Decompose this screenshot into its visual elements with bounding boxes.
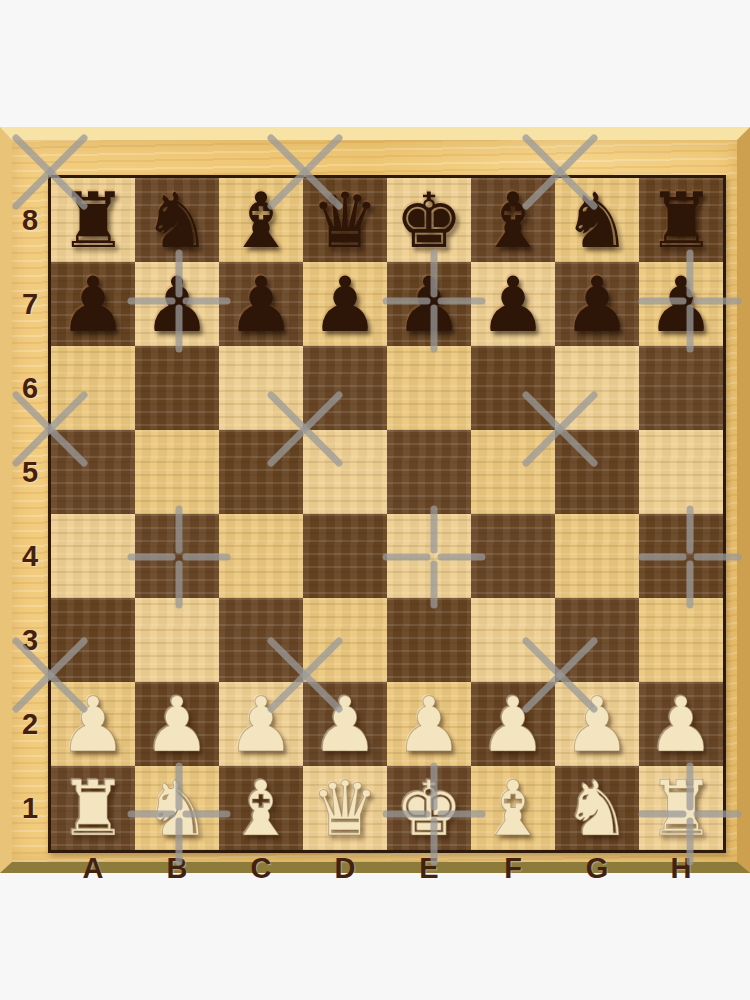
square-c6[interactable] <box>219 346 303 430</box>
piece-white-pawn-e2[interactable]: ♟ <box>395 687 463 763</box>
rank-label-3: 3 <box>12 598 48 682</box>
file-label-g: G <box>555 853 639 883</box>
square-h5[interactable] <box>639 430 723 514</box>
piece-white-bishop-c1[interactable]: ♝ <box>227 771 295 847</box>
square-f8[interactable]: ♝ <box>471 178 555 262</box>
square-b6[interactable] <box>135 346 219 430</box>
file-label-e: E <box>387 853 471 883</box>
file-label-c: C <box>219 853 303 883</box>
rank-label-6: 6 <box>12 346 48 430</box>
piece-black-pawn-h7[interactable]: ♟ <box>647 267 715 343</box>
piece-black-queen-d8[interactable]: ♛ <box>311 183 379 259</box>
piece-white-queen-d1[interactable]: ♛ <box>311 771 379 847</box>
square-f6[interactable] <box>471 346 555 430</box>
board-frame: ♜♞♝♛♚♝♞♜♟♟♟♟♟♟♟♟♟♟♟♟♟♟♟♟♜♞♝♛♚♝♞♜ 8765432… <box>0 127 750 873</box>
square-d2[interactable]: ♟ <box>303 682 387 766</box>
piece-black-knight-b8[interactable]: ♞ <box>143 183 211 259</box>
piece-white-pawn-d2[interactable]: ♟ <box>311 687 379 763</box>
piece-black-king-e8[interactable]: ♚ <box>395 183 463 259</box>
square-g5[interactable] <box>555 430 639 514</box>
square-a7[interactable]: ♟ <box>51 262 135 346</box>
piece-white-pawn-f2[interactable]: ♟ <box>479 687 547 763</box>
square-a4[interactable] <box>51 514 135 598</box>
square-a2[interactable]: ♟ <box>51 682 135 766</box>
piece-white-rook-a1[interactable]: ♜ <box>59 771 127 847</box>
piece-white-pawn-a2[interactable]: ♟ <box>59 687 127 763</box>
square-f1[interactable]: ♝ <box>471 766 555 850</box>
square-c5[interactable] <box>219 430 303 514</box>
piece-black-pawn-c7[interactable]: ♟ <box>227 267 295 343</box>
square-c7[interactable]: ♟ <box>219 262 303 346</box>
square-d7[interactable]: ♟ <box>303 262 387 346</box>
square-f7[interactable]: ♟ <box>471 262 555 346</box>
square-h7[interactable]: ♟ <box>639 262 723 346</box>
square-d1[interactable]: ♛ <box>303 766 387 850</box>
piece-white-pawn-h2[interactable]: ♟ <box>647 687 715 763</box>
square-f5[interactable] <box>471 430 555 514</box>
square-g8[interactable]: ♞ <box>555 178 639 262</box>
square-h8[interactable]: ♜ <box>639 178 723 262</box>
square-e4[interactable] <box>387 514 471 598</box>
square-b8[interactable]: ♞ <box>135 178 219 262</box>
rank-label-5: 5 <box>12 430 48 514</box>
square-a6[interactable] <box>51 346 135 430</box>
square-c3[interactable] <box>219 598 303 682</box>
piece-white-pawn-c2[interactable]: ♟ <box>227 687 295 763</box>
square-g4[interactable] <box>555 514 639 598</box>
square-b7[interactable]: ♟ <box>135 262 219 346</box>
piece-black-pawn-e7[interactable]: ♟ <box>395 267 463 343</box>
piece-black-pawn-a7[interactable]: ♟ <box>59 267 127 343</box>
square-f2[interactable]: ♟ <box>471 682 555 766</box>
square-e8[interactable]: ♚ <box>387 178 471 262</box>
square-g2[interactable]: ♟ <box>555 682 639 766</box>
square-c4[interactable] <box>219 514 303 598</box>
chessboard: ♜♞♝♛♚♝♞♜♟♟♟♟♟♟♟♟♟♟♟♟♟♟♟♟♜♞♝♛♚♝♞♜ <box>51 178 723 850</box>
piece-white-knight-g1[interactable]: ♞ <box>563 771 631 847</box>
square-e7[interactable]: ♟ <box>387 262 471 346</box>
file-label-a: A <box>51 853 135 883</box>
square-a1[interactable]: ♜ <box>51 766 135 850</box>
square-c2[interactable]: ♟ <box>219 682 303 766</box>
square-a5[interactable] <box>51 430 135 514</box>
square-e2[interactable]: ♟ <box>387 682 471 766</box>
file-label-h: H <box>639 853 723 883</box>
square-f4[interactable] <box>471 514 555 598</box>
square-d8[interactable]: ♛ <box>303 178 387 262</box>
square-e6[interactable] <box>387 346 471 430</box>
square-g7[interactable]: ♟ <box>555 262 639 346</box>
rank-label-2: 2 <box>12 682 48 766</box>
square-e1[interactable]: ♚ <box>387 766 471 850</box>
piece-black-pawn-d7[interactable]: ♟ <box>311 267 379 343</box>
square-a8[interactable]: ♜ <box>51 178 135 262</box>
square-b3[interactable] <box>135 598 219 682</box>
piece-black-pawn-b7[interactable]: ♟ <box>143 267 211 343</box>
square-g6[interactable] <box>555 346 639 430</box>
file-label-b: B <box>135 853 219 883</box>
square-d5[interactable] <box>303 430 387 514</box>
square-e3[interactable] <box>387 598 471 682</box>
rank-label-7: 7 <box>12 262 48 346</box>
square-b1[interactable]: ♞ <box>135 766 219 850</box>
rank-label-1: 1 <box>12 766 48 850</box>
square-d3[interactable] <box>303 598 387 682</box>
square-d6[interactable] <box>303 346 387 430</box>
piece-black-bishop-f8[interactable]: ♝ <box>479 183 547 259</box>
board-box: ♜♞♝♛♚♝♞♜♟♟♟♟♟♟♟♟♟♟♟♟♟♟♟♟♜♞♝♛♚♝♞♜ <box>48 175 726 853</box>
square-a3[interactable] <box>51 598 135 682</box>
square-h1[interactable]: ♜ <box>639 766 723 850</box>
piece-black-pawn-f7[interactable]: ♟ <box>479 267 547 343</box>
piece-black-bishop-c8[interactable]: ♝ <box>227 183 295 259</box>
piece-white-pawn-b2[interactable]: ♟ <box>143 687 211 763</box>
piece-black-rook-a8[interactable]: ♜ <box>59 183 127 259</box>
square-b2[interactable]: ♟ <box>135 682 219 766</box>
square-g3[interactable] <box>555 598 639 682</box>
file-label-f: F <box>471 853 555 883</box>
square-h6[interactable] <box>639 346 723 430</box>
piece-white-bishop-f1[interactable]: ♝ <box>479 771 547 847</box>
rank-label-4: 4 <box>12 514 48 598</box>
piece-black-rook-h8[interactable]: ♜ <box>647 183 715 259</box>
piece-black-pawn-g7[interactable]: ♟ <box>563 267 631 343</box>
square-b4[interactable] <box>135 514 219 598</box>
square-h2[interactable]: ♟ <box>639 682 723 766</box>
square-h3[interactable] <box>639 598 723 682</box>
piece-white-king-e1[interactable]: ♚ <box>395 771 463 847</box>
file-label-d: D <box>303 853 387 883</box>
rank-label-8: 8 <box>12 178 48 262</box>
square-g1[interactable]: ♞ <box>555 766 639 850</box>
square-d4[interactable] <box>303 514 387 598</box>
square-b5[interactable] <box>135 430 219 514</box>
square-c1[interactable]: ♝ <box>219 766 303 850</box>
square-f3[interactable] <box>471 598 555 682</box>
square-c8[interactable]: ♝ <box>219 178 303 262</box>
square-h4[interactable] <box>639 514 723 598</box>
piece-black-knight-g8[interactable]: ♞ <box>563 183 631 259</box>
piece-white-pawn-g2[interactable]: ♟ <box>563 687 631 763</box>
page: ♜♞♝♛♚♝♞♜♟♟♟♟♟♟♟♟♟♟♟♟♟♟♟♟♜♞♝♛♚♝♞♜ 8765432… <box>0 0 750 1000</box>
piece-white-knight-b1[interactable]: ♞ <box>143 771 211 847</box>
piece-white-rook-h1[interactable]: ♜ <box>647 771 715 847</box>
square-e5[interactable] <box>387 430 471 514</box>
